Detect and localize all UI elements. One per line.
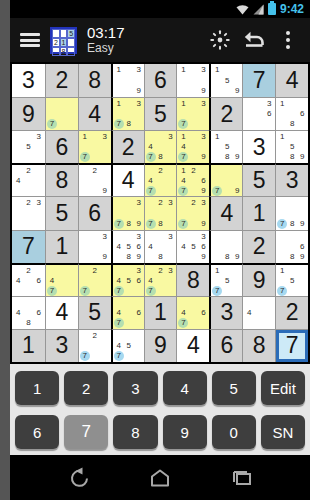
cell-value: 7 — [22, 233, 35, 260]
cell-r1c1[interactable]: 3 — [12, 64, 45, 97]
cell-candidates: 4 — [244, 298, 274, 328]
cell-candidates: 2379 — [178, 198, 208, 228]
cell-candidates: 89 — [212, 232, 241, 262]
cell-r6c1[interactable]: 7 — [12, 230, 45, 263]
cell-r6c8[interactable]: 2 — [242, 230, 275, 263]
cell-candidates: 35 — [13, 132, 44, 162]
app-icon-cell: 2 — [52, 38, 60, 47]
cell-candidates: 27 — [80, 331, 110, 361]
app-icon-cell — [60, 29, 68, 38]
game-timer: 03:17 — [87, 24, 125, 41]
cell-candidates: 29 — [80, 166, 110, 195]
cell-candidates: 139 — [178, 65, 208, 96]
signal-icon — [253, 4, 264, 15]
cell-value: 4 — [220, 200, 233, 227]
back-icon[interactable] — [67, 466, 91, 490]
cell-value: 2 — [253, 233, 266, 260]
cell-r6c3[interactable]: 39 — [78, 230, 111, 263]
cell-r1c9[interactable]: 4 — [275, 64, 308, 97]
cell-candidates: 79 — [212, 166, 241, 195]
cell-r6c2[interactable]: 1 — [45, 230, 78, 263]
key-edit[interactable]: Edit — [261, 371, 305, 405]
cell-r2c5[interactable]: 5 — [144, 97, 177, 130]
cell-r3c1[interactable]: 35 — [12, 130, 45, 163]
cell-candidates: 2378 — [146, 198, 176, 228]
cell-candidates: 1589 — [277, 132, 307, 162]
cell-r9c3[interactable]: 27 — [78, 329, 111, 362]
status-time: 9:42 — [280, 2, 304, 16]
cell-r5c3[interactable]: 6 — [78, 196, 111, 229]
cell-r9c6[interactable]: 4 — [176, 329, 209, 362]
cell-value: 5 — [88, 299, 101, 326]
cell-value: 9 — [154, 332, 167, 359]
cell-r4c3[interactable]: 29 — [78, 163, 111, 196]
cell-r3c7[interactable]: 1589 — [209, 130, 242, 163]
cell-value: 8 — [253, 332, 266, 359]
cell-r6c4[interactable]: 345689 — [111, 230, 144, 263]
cell-candidates: 23 — [13, 198, 44, 228]
cell-candidates: 467 — [178, 298, 208, 328]
cell-r1c4[interactable]: 139 — [111, 64, 144, 97]
cell-value: 2 — [55, 67, 68, 94]
cell-r3c6[interactable]: 13479 — [176, 130, 209, 163]
timer-block: 03:17 Easy — [87, 24, 125, 55]
cell-r4c5[interactable]: 247 — [144, 163, 177, 196]
key-7[interactable]: 7 — [64, 415, 108, 449]
cell-r5c2[interactable]: 5 — [45, 196, 78, 229]
cell-candidates: 168 — [277, 99, 307, 129]
cell-r9c2[interactable]: 3 — [45, 329, 78, 362]
cell-candidates: 39 — [80, 232, 110, 262]
cell-r9c5[interactable]: 9 — [144, 329, 177, 362]
cell-r3c3[interactable]: 137 — [78, 130, 111, 163]
key-9[interactable]: 9 — [163, 415, 207, 449]
cell-r9c7[interactable]: 6 — [209, 329, 242, 362]
cell-value: 9 — [22, 101, 35, 128]
cell-value: 7 — [253, 67, 266, 94]
cell-candidates: 3789 — [114, 198, 143, 228]
cell-candidates: 457 — [114, 331, 143, 361]
cell-candidates: 157 — [277, 266, 307, 295]
cell-r6c6[interactable]: 34569 — [176, 230, 209, 263]
cell-r5c5[interactable]: 2378 — [144, 196, 177, 229]
cell-value: 4 — [122, 167, 135, 194]
brightness-icon[interactable] — [208, 28, 232, 52]
cell-value: 3 — [55, 332, 68, 359]
cell-r8c5[interactable]: 1 — [144, 296, 177, 329]
cell-r2c2[interactable]: 7 — [45, 97, 78, 130]
cell-r5c9[interactable]: 789 — [275, 196, 308, 229]
key-2[interactable]: 2 — [64, 371, 108, 405]
key-4[interactable]: 4 — [163, 371, 207, 405]
cell-r4c2[interactable]: 8 — [45, 163, 78, 196]
cell-r8c4[interactable]: 467 — [111, 296, 144, 329]
cell-r8c8[interactable]: 4 — [242, 296, 275, 329]
cell-value: 4 — [55, 299, 68, 326]
cell-r2c7[interactable]: 2 — [209, 97, 242, 130]
cell-r9c1[interactable]: 1 — [12, 329, 45, 362]
cell-value: 6 — [55, 134, 68, 161]
cell-candidates: 1378 — [114, 99, 143, 129]
key-3[interactable]: 3 — [113, 371, 157, 405]
cell-r7c9[interactable]: 157 — [275, 263, 308, 296]
cell-r7c7[interactable]: 157 — [209, 263, 242, 296]
cell-r3c4[interactable]: 2 — [111, 130, 144, 163]
cell-value: 4 — [187, 332, 200, 359]
cell-r3c2[interactable]: 6 — [45, 130, 78, 163]
app-icon-cell — [67, 38, 75, 47]
cell-r6c7[interactable]: 89 — [209, 230, 242, 263]
cell-r3c8[interactable]: 3 — [242, 130, 275, 163]
cell-r2c1[interactable]: 9 — [12, 97, 45, 130]
key-0[interactable]: 0 — [212, 415, 256, 449]
cell-r2c9[interactable]: 168 — [275, 97, 308, 130]
app-icon-cell: 8 — [60, 47, 68, 56]
sudoku-app-icon: 5218 — [50, 27, 77, 54]
cell-r1c8[interactable]: 7 — [242, 64, 275, 97]
cell-r5c8[interactable]: 1 — [242, 196, 275, 229]
cell-candidates: 689 — [277, 232, 307, 262]
cell-r7c5[interactable]: 2347 — [144, 263, 177, 296]
cell-candidates: 137 — [80, 132, 110, 162]
cell-candidates: 467 — [114, 298, 143, 328]
cell-candidates: 159 — [212, 65, 241, 96]
app-icon-cell — [52, 29, 60, 38]
cell-r9c8[interactable]: 8 — [242, 329, 275, 362]
key-6[interactable]: 6 — [15, 415, 59, 449]
app-bar: 5218 03:17 Easy — [10, 18, 310, 62]
cell-r2c4[interactable]: 1378 — [111, 97, 144, 130]
cell-r1c3[interactable]: 8 — [78, 64, 111, 97]
cell-value: 7 — [286, 332, 299, 359]
app-icon-cell: 1 — [60, 38, 68, 47]
key-5[interactable]: 5 — [212, 371, 256, 405]
cell-value: 5 — [154, 101, 167, 128]
cell-r3c9[interactable]: 1589 — [275, 130, 308, 163]
battery-icon — [268, 3, 276, 15]
cell-r8c6[interactable]: 467 — [176, 296, 209, 329]
app-icon-cell — [67, 47, 75, 56]
cell-value: 1 — [22, 332, 35, 359]
cell-value: 9 — [253, 267, 266, 294]
cell-r4c6[interactable]: 124679 — [176, 163, 209, 196]
cell-r7c8[interactable]: 9 — [242, 263, 275, 296]
cell-r8c1[interactable]: 468 — [12, 296, 45, 329]
cell-r4c8[interactable]: 5 — [242, 163, 275, 196]
keypad: 12345Edit67890SN — [10, 364, 310, 455]
cell-value: 8 — [88, 67, 101, 94]
cell-value: 6 — [154, 67, 167, 94]
cell-candidates: 1589 — [212, 132, 241, 162]
cell-r5c6[interactable]: 2379 — [176, 196, 209, 229]
cell-r8c9[interactable]: 2 — [275, 296, 308, 329]
cell-value: 5 — [55, 200, 68, 227]
cell-value: 2 — [122, 134, 135, 161]
cell-candidates: 34567 — [114, 266, 143, 295]
cell-r8c2[interactable]: 4 — [45, 296, 78, 329]
cell-candidates: 157 — [212, 266, 241, 295]
menu-icon[interactable] — [20, 33, 40, 47]
cell-candidates: 247 — [146, 166, 176, 195]
cell-r1c2[interactable]: 2 — [45, 64, 78, 97]
cell-r9c4[interactable]: 457 — [111, 329, 144, 362]
cell-r8c7[interactable]: 3 — [209, 296, 242, 329]
home-icon[interactable] — [148, 466, 172, 490]
cell-candidates: 2347 — [146, 266, 176, 295]
cell-r6c9[interactable]: 689 — [275, 230, 308, 263]
cell-r2c6[interactable]: 137 — [176, 97, 209, 130]
cell-candidates: 13479 — [178, 132, 208, 162]
cell-r7c2[interactable]: 47 — [45, 263, 78, 296]
cell-r7c4[interactable]: 34567 — [111, 263, 144, 296]
cell-candidates: 24 — [13, 166, 44, 195]
cell-candidates: 47 — [47, 266, 77, 295]
cell-r2c8[interactable]: 36 — [242, 97, 275, 130]
cell-r4c1[interactable]: 24 — [12, 163, 45, 196]
sudoku-board: 3281396139159749741378513723616835613723… — [10, 62, 310, 364]
cell-value: 1 — [154, 299, 167, 326]
cell-candidates: 345689 — [114, 232, 143, 262]
difficulty-label: Easy — [87, 42, 125, 56]
cell-r1c5[interactable]: 6 — [144, 64, 177, 97]
app-icon-cell: 5 — [67, 29, 75, 38]
cell-candidates: 246 — [13, 266, 44, 295]
cell-value: 1 — [253, 200, 266, 227]
cell-r4c4[interactable]: 4 — [111, 163, 144, 196]
cell-value: 2 — [220, 101, 233, 128]
recents-icon[interactable] — [229, 466, 253, 490]
cell-value: 3 — [253, 134, 266, 161]
sudoku-app: 9:42 5218 03:17 Easy — [10, 0, 310, 500]
cell-candidates: 137 — [178, 99, 208, 129]
cell-r2c3[interactable]: 4 — [78, 97, 111, 130]
cell-r6c5[interactable]: 348 — [144, 230, 177, 263]
cell-r9c9[interactable]: 7 — [275, 329, 308, 362]
cell-value: 3 — [22, 67, 35, 94]
cell-value: 1 — [55, 233, 68, 260]
cell-r5c1[interactable]: 23 — [12, 196, 45, 229]
cell-r4c7[interactable]: 79 — [209, 163, 242, 196]
cell-candidates: 3478 — [146, 132, 176, 162]
cell-r7c3[interactable]: 27 — [78, 263, 111, 296]
cell-r5c7[interactable]: 4 — [209, 196, 242, 229]
key-sn[interactable]: SN — [261, 415, 305, 449]
cell-value: 6 — [88, 200, 101, 227]
overflow-icon[interactable] — [276, 28, 300, 52]
cell-candidates: 34569 — [178, 232, 208, 262]
cell-value: 2 — [286, 299, 299, 326]
undo-icon[interactable] — [242, 28, 266, 52]
cell-value: 3 — [286, 167, 299, 194]
key-8[interactable]: 8 — [113, 415, 157, 449]
cell-value: 5 — [253, 167, 266, 194]
cell-r1c6[interactable]: 139 — [176, 64, 209, 97]
cell-value: 8 — [187, 267, 200, 294]
cell-r8c3[interactable]: 5 — [78, 296, 111, 329]
cell-r1c7[interactable]: 159 — [209, 64, 242, 97]
cell-candidates: 139 — [114, 65, 143, 96]
status-bar: 9:42 — [10, 0, 310, 18]
cell-value: 3 — [220, 299, 233, 326]
cell-value: 4 — [286, 67, 299, 94]
cell-candidates: 468 — [13, 298, 44, 328]
wifi-icon — [236, 4, 249, 15]
cell-candidates: 124679 — [178, 166, 208, 195]
android-nav-bar — [10, 455, 310, 500]
app-icon-cell — [52, 47, 60, 56]
cell-candidates: 27 — [80, 266, 110, 295]
cell-r5c4[interactable]: 3789 — [111, 196, 144, 229]
cell-value: 6 — [220, 332, 233, 359]
cell-candidates: 36 — [244, 99, 274, 129]
cell-candidates: 348 — [146, 232, 176, 262]
cell-candidates: 789 — [277, 198, 307, 228]
cell-value: 4 — [88, 101, 101, 128]
cell-r4c9[interactable]: 3 — [275, 163, 308, 196]
key-1[interactable]: 1 — [15, 371, 59, 405]
cell-candidates: 7 — [47, 99, 77, 129]
cell-r3c5[interactable]: 3478 — [144, 130, 177, 163]
cell-r7c6[interactable]: 8 — [176, 263, 209, 296]
cell-r7c1[interactable]: 246 — [12, 263, 45, 296]
cell-value: 8 — [55, 167, 68, 194]
